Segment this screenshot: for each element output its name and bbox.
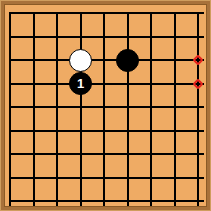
- board-intersection[interactable]: [0, 25, 22, 49]
- board-intersection[interactable]: [186, 189, 210, 211]
- move-number-label: 1: [77, 77, 84, 90]
- board-intersection[interactable]: [45, 25, 69, 49]
- board-intersection[interactable]: [116, 25, 140, 49]
- board-intersection[interactable]: [116, 166, 140, 190]
- board-intersection[interactable]: [92, 166, 116, 190]
- board-intersection[interactable]: [139, 1, 163, 25]
- board-intersection[interactable]: [69, 95, 93, 119]
- board-intersection[interactable]: [139, 119, 163, 143]
- board-intersection[interactable]: [186, 119, 210, 143]
- board-intersection[interactable]: [22, 25, 46, 49]
- board-intersection[interactable]: [22, 119, 46, 143]
- board-intersection[interactable]: [22, 166, 46, 190]
- board-intersection[interactable]: [139, 72, 163, 96]
- board-intersection[interactable]: [45, 142, 69, 166]
- board-intersection[interactable]: [69, 25, 93, 49]
- board-intersection[interactable]: [0, 95, 22, 119]
- board-intersection[interactable]: [92, 48, 116, 72]
- board-intersection[interactable]: [116, 189, 140, 211]
- board-intersection[interactable]: [116, 142, 140, 166]
- board-intersection[interactable]: [139, 142, 163, 166]
- board-intersection[interactable]: [92, 1, 116, 25]
- board-intersection[interactable]: [22, 48, 46, 72]
- board-intersection[interactable]: [45, 1, 69, 25]
- board-intersection[interactable]: [139, 166, 163, 190]
- black-stone: 1: [69, 72, 92, 95]
- board-grid: [0, 1, 210, 211]
- board-intersection[interactable]: [163, 166, 187, 190]
- black-stone: [116, 49, 139, 72]
- board-intersection[interactable]: [69, 166, 93, 190]
- board-intersection[interactable]: [139, 25, 163, 49]
- go-board[interactable]: 1: [0, 0, 211, 211]
- board-intersection[interactable]: [92, 72, 116, 96]
- board-intersection[interactable]: [22, 189, 46, 211]
- board-intersection[interactable]: [163, 119, 187, 143]
- board-intersection[interactable]: [163, 1, 187, 25]
- board-intersection[interactable]: [0, 142, 22, 166]
- board-intersection[interactable]: [163, 142, 187, 166]
- board-intersection[interactable]: [139, 48, 163, 72]
- board-intersection[interactable]: [22, 95, 46, 119]
- board-intersection[interactable]: [116, 95, 140, 119]
- board-intersection[interactable]: [186, 142, 210, 166]
- board-intersection[interactable]: [92, 95, 116, 119]
- board-intersection[interactable]: [22, 72, 46, 96]
- board-intersection[interactable]: [139, 189, 163, 211]
- board-intersection[interactable]: [45, 189, 69, 211]
- board-intersection[interactable]: [0, 119, 22, 143]
- board-intersection[interactable]: [163, 48, 187, 72]
- board-intersection[interactable]: [92, 189, 116, 211]
- board-intersection[interactable]: [92, 142, 116, 166]
- board-intersection[interactable]: [45, 119, 69, 143]
- board-intersection[interactable]: [22, 1, 46, 25]
- board-intersection[interactable]: [45, 48, 69, 72]
- board-intersection[interactable]: [45, 72, 69, 96]
- board-intersection[interactable]: [186, 95, 210, 119]
- board-intersection[interactable]: [92, 119, 116, 143]
- board-intersection[interactable]: [45, 95, 69, 119]
- board-intersection[interactable]: [116, 72, 140, 96]
- white-stone: [69, 49, 92, 72]
- board-intersection[interactable]: [45, 166, 69, 190]
- board-intersection[interactable]: [69, 119, 93, 143]
- board-intersection[interactable]: [69, 142, 93, 166]
- board-intersection[interactable]: [186, 166, 210, 190]
- board-intersection[interactable]: [163, 189, 187, 211]
- board-intersection[interactable]: [163, 25, 187, 49]
- board-intersection[interactable]: [0, 166, 22, 190]
- board-intersection[interactable]: [69, 189, 93, 211]
- board-intersection[interactable]: [69, 1, 93, 25]
- board-intersection[interactable]: [0, 48, 22, 72]
- board-intersection[interactable]: [116, 1, 140, 25]
- board-intersection[interactable]: [116, 119, 140, 143]
- board-intersection[interactable]: [163, 95, 187, 119]
- board-intersection[interactable]: [186, 25, 210, 49]
- board-intersection[interactable]: [92, 25, 116, 49]
- board-intersection[interactable]: [0, 1, 22, 25]
- board-intersection[interactable]: [139, 95, 163, 119]
- board-intersection[interactable]: [186, 1, 210, 25]
- board-intersection[interactable]: [22, 142, 46, 166]
- board-intersection[interactable]: [0, 189, 22, 211]
- board-intersection[interactable]: [0, 72, 22, 96]
- board-intersection[interactable]: [163, 72, 187, 96]
